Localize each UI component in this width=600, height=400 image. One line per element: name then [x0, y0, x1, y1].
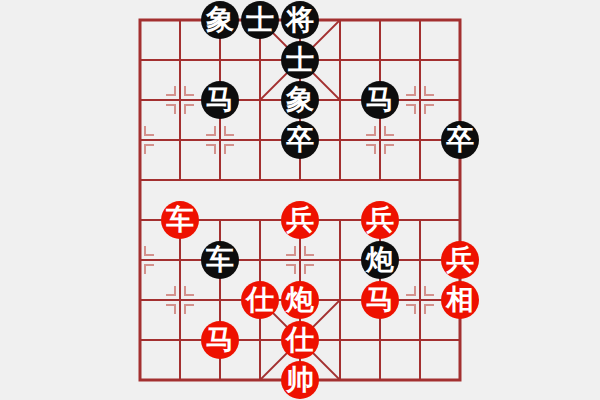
piece-red-soldier-2[interactable]: 兵	[361, 201, 399, 239]
piece-red-horse-2[interactable]: 马	[201, 321, 239, 359]
pieces-layer: 象士将士马象马卒卒车兵兵车炮兵仕炮马相马仕帅	[120, 0, 480, 400]
piece-red-chariot-1[interactable]: 车	[161, 201, 199, 239]
piece-black-elephant-1[interactable]: 象	[201, 1, 239, 39]
piece-black-advisor-1[interactable]: 士	[241, 1, 279, 39]
piece-black-soldier-1[interactable]: 卒	[281, 121, 319, 159]
piece-red-elephant-1[interactable]: 相	[441, 281, 479, 319]
piece-black-soldier-2[interactable]: 卒	[441, 121, 479, 159]
xiangqi-board[interactable]: 象士将士马象马卒卒车兵兵车炮兵仕炮马相马仕帅	[0, 0, 600, 400]
piece-black-advisor-2[interactable]: 士	[281, 41, 319, 79]
piece-red-soldier-1[interactable]: 兵	[281, 201, 319, 239]
piece-red-advisor-2[interactable]: 仕	[281, 321, 319, 359]
piece-black-elephant-2[interactable]: 象	[281, 81, 319, 119]
piece-red-soldier-3[interactable]: 兵	[441, 241, 479, 279]
piece-red-advisor-1[interactable]: 仕	[241, 281, 279, 319]
piece-black-horse-1[interactable]: 马	[201, 81, 239, 119]
piece-black-general[interactable]: 将	[281, 1, 319, 39]
piece-black-cannon-1[interactable]: 炮	[361, 241, 399, 279]
piece-red-general[interactable]: 帅	[281, 361, 319, 399]
piece-red-horse-1[interactable]: 马	[361, 281, 399, 319]
piece-black-chariot-1[interactable]: 车	[201, 241, 239, 279]
piece-black-horse-2[interactable]: 马	[361, 81, 399, 119]
piece-red-cannon-1[interactable]: 炮	[281, 281, 319, 319]
